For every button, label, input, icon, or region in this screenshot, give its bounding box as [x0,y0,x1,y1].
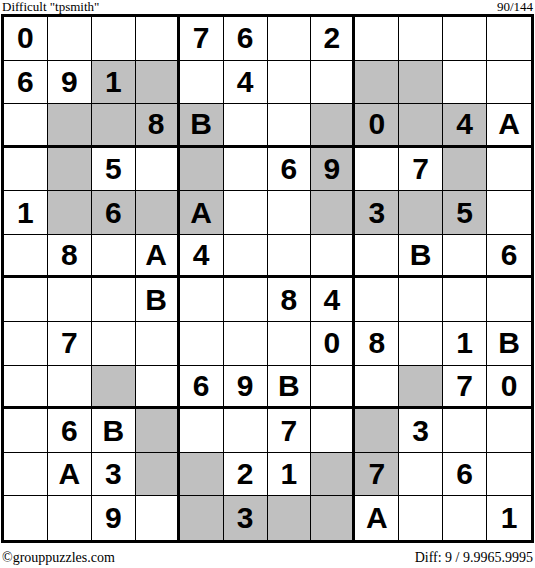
cell-r6c9[interactable] [355,235,399,279]
cell-r1c11[interactable] [443,17,487,61]
cell-r9c8[interactable] [311,366,355,410]
cell-r12c11[interactable] [443,496,487,540]
cell-r3c8[interactable] [311,104,355,148]
cell-r9c10[interactable] [399,366,443,410]
cell-r3c12[interactable]: A [487,104,531,148]
puzzle-page: Difficult "tpsmith" 90/144 076269148B04A… [0,0,535,568]
cell-r7c10[interactable] [399,278,443,322]
cell-r10c8[interactable] [311,409,355,453]
cell-r7c12[interactable] [487,278,531,322]
cell-r5c6[interactable] [224,191,268,235]
cell-r2c12[interactable] [487,61,531,105]
cell-r12c1[interactable] [4,496,48,540]
cell-r7c9[interactable] [355,278,399,322]
cell-r1c6[interactable]: 6 [224,17,268,61]
cell-r6c12[interactable]: 6 [487,235,531,279]
cell-r6c6[interactable] [224,235,268,279]
sudoku-board: 076269148B04A569716A358A4B6B847081B69B70… [1,14,534,543]
cell-r8c9[interactable]: 8 [355,322,399,366]
header: Difficult "tpsmith" 90/144 [2,0,533,13]
cell-r3c11[interactable]: 4 [443,104,487,148]
cell-r10c9[interactable] [355,409,399,453]
cell-r9c4[interactable] [136,366,180,410]
cell-r1c3[interactable] [92,17,136,61]
cell-r10c7[interactable]: 7 [268,409,312,453]
cell-r4c9[interactable] [355,148,399,192]
cell-r3c2[interactable] [48,104,92,148]
cell-r9c2[interactable] [48,366,92,410]
cell-r12c9[interactable]: A [355,496,399,540]
cell-r10c12[interactable] [487,409,531,453]
cell-r7c4[interactable]: B [136,278,180,322]
difficulty-text: Diff: 9 / 9.9965.9995 [415,550,533,566]
cell-r11c8[interactable] [311,453,355,497]
cell-r11c11[interactable]: 6 [443,453,487,497]
cell-r1c7[interactable] [268,17,312,61]
cell-r7c1[interactable] [4,278,48,322]
cell-r10c3[interactable]: B [92,409,136,453]
cell-r2c6[interactable]: 4 [224,61,268,105]
footer: ©grouppuzzles.com Diff: 9 / 9.9965.9995 [2,549,533,566]
cell-r2c11[interactable] [443,61,487,105]
cell-r3c6[interactable] [224,104,268,148]
cell-r9c3[interactable] [92,366,136,410]
cell-r6c8[interactable] [311,235,355,279]
cell-r5c2[interactable] [48,191,92,235]
cell-r12c2[interactable] [48,496,92,540]
cell-r5c11[interactable]: 5 [443,191,487,235]
cell-r9c12[interactable]: 0 [487,366,531,410]
cell-r11c3[interactable]: 3 [92,453,136,497]
cell-r11c2[interactable]: A [48,453,92,497]
cell-r10c1[interactable] [4,409,48,453]
cell-r11c7[interactable]: 1 [268,453,312,497]
cell-r1c12[interactable] [487,17,531,61]
cell-r3c10[interactable] [399,104,443,148]
cell-r10c11[interactable] [443,409,487,453]
cell-r4c10[interactable]: 7 [399,148,443,192]
cell-r6c10[interactable]: B [399,235,443,279]
cell-r7c11[interactable] [443,278,487,322]
cell-r8c1[interactable] [4,322,48,366]
cell-r12c12[interactable]: 1 [487,496,531,540]
cell-r11c1[interactable] [4,453,48,497]
cell-r2c2[interactable]: 9 [48,61,92,105]
cell-r11c9[interactable]: 7 [355,453,399,497]
cell-r3c9[interactable]: 0 [355,104,399,148]
cell-r12c8[interactable] [311,496,355,540]
cell-r11c5[interactable] [180,453,224,497]
cell-r6c5[interactable]: 4 [180,235,224,279]
cell-r7c5[interactable] [180,278,224,322]
cell-r7c7[interactable]: 8 [268,278,312,322]
cell-r10c10[interactable]: 3 [399,409,443,453]
copyright-text: ©grouppuzzles.com [2,550,115,566]
cell-r2c9[interactable] [355,61,399,105]
cell-r12c4[interactable] [136,496,180,540]
cell-r8c3[interactable] [92,322,136,366]
cell-r2c10[interactable] [399,61,443,105]
cell-r1c10[interactable] [399,17,443,61]
cell-r6c2[interactable]: 8 [48,235,92,279]
cell-r1c8[interactable]: 2 [311,17,355,61]
cell-r3c7[interactable] [268,104,312,148]
cell-r5c8[interactable] [311,191,355,235]
cell-r8c11[interactable]: 1 [443,322,487,366]
cell-r4c2[interactable] [48,148,92,192]
cell-r9c1[interactable] [4,366,48,410]
cell-r4c3[interactable]: 5 [92,148,136,192]
cell-r12c6[interactable]: 3 [224,496,268,540]
cell-r12c7[interactable] [268,496,312,540]
cell-r12c3[interactable]: 9 [92,496,136,540]
cell-r10c6[interactable] [224,409,268,453]
cell-r4c6[interactable] [224,148,268,192]
cell-r10c4[interactable] [136,409,180,453]
cell-r6c3[interactable] [92,235,136,279]
cell-r10c2[interactable]: 6 [48,409,92,453]
cell-r6c1[interactable] [4,235,48,279]
cell-r1c9[interactable] [355,17,399,61]
cell-r1c4[interactable] [136,17,180,61]
cell-r8c5[interactable] [180,322,224,366]
cell-r8c4[interactable] [136,322,180,366]
cell-r4c7[interactable]: 6 [268,148,312,192]
cell-r7c6[interactable] [224,278,268,322]
cell-r5c12[interactable] [487,191,531,235]
cell-r2c3[interactable]: 1 [92,61,136,105]
cell-r8c2[interactable]: 7 [48,322,92,366]
cell-r6c11[interactable] [443,235,487,279]
cell-r3c5[interactable]: B [180,104,224,148]
cell-r3c3[interactable] [92,104,136,148]
cell-r5c7[interactable] [268,191,312,235]
cell-r2c4[interactable] [136,61,180,105]
cell-r9c5[interactable]: 6 [180,366,224,410]
cell-r2c5[interactable] [180,61,224,105]
cell-r8c12[interactable]: B [487,322,531,366]
cell-r4c11[interactable] [443,148,487,192]
cell-r8c6[interactable] [224,322,268,366]
cell-r7c3[interactable] [92,278,136,322]
empty-cell-counter: 90/144 [497,0,533,13]
cell-r5c3[interactable]: 6 [92,191,136,235]
cell-r4c12[interactable] [487,148,531,192]
cell-r4c5[interactable] [180,148,224,192]
cell-r2c8[interactable] [311,61,355,105]
cell-r4c4[interactable] [136,148,180,192]
cell-r10c5[interactable] [180,409,224,453]
cell-r7c8[interactable]: 4 [311,278,355,322]
cell-r7c2[interactable] [48,278,92,322]
puzzle-title: Difficult "tpsmith" [2,0,99,13]
cell-r9c9[interactable] [355,366,399,410]
cell-r9c6[interactable]: 9 [224,366,268,410]
cell-r8c8[interactable]: 0 [311,322,355,366]
cell-r1c1[interactable]: 0 [4,17,48,61]
cell-r5c4[interactable] [136,191,180,235]
cell-r4c1[interactable] [4,148,48,192]
cell-r5c1[interactable]: 1 [4,191,48,235]
cell-r5c9[interactable]: 3 [355,191,399,235]
cell-r5c10[interactable] [399,191,443,235]
cell-r11c12[interactable] [487,453,531,497]
cell-r9c11[interactable]: 7 [443,366,487,410]
cell-r1c2[interactable] [48,17,92,61]
cell-r12c5[interactable] [180,496,224,540]
cell-r11c10[interactable] [399,453,443,497]
cell-r4c8[interactable]: 9 [311,148,355,192]
cell-r6c7[interactable] [268,235,312,279]
cell-r11c4[interactable] [136,453,180,497]
cell-r8c7[interactable] [268,322,312,366]
cell-r2c7[interactable] [268,61,312,105]
cell-r11c6[interactable]: 2 [224,453,268,497]
cell-r8c10[interactable] [399,322,443,366]
cell-r5c5[interactable]: A [180,191,224,235]
cell-r6c4[interactable]: A [136,235,180,279]
cell-r2c1[interactable]: 6 [4,61,48,105]
cell-r3c1[interactable] [4,104,48,148]
cell-r9c7[interactable]: B [268,366,312,410]
cell-r12c10[interactable] [399,496,443,540]
cell-r3c4[interactable]: 8 [136,104,180,148]
cell-r1c5[interactable]: 7 [180,17,224,61]
